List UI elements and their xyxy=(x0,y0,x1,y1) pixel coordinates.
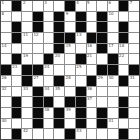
white-cell[interactable]: 23 xyxy=(12,65,22,75)
white-cell[interactable]: 14 xyxy=(1,44,11,54)
white-cell[interactable] xyxy=(97,97,107,107)
white-cell[interactable]: 1 xyxy=(1,1,11,11)
white-cell[interactable] xyxy=(44,119,54,129)
clue-number: 16 xyxy=(87,44,92,48)
black-cell xyxy=(65,129,75,139)
white-cell[interactable]: 34 xyxy=(44,87,54,97)
clue-number: 20 xyxy=(55,54,60,58)
black-cell xyxy=(12,1,22,11)
clue-number: 30 xyxy=(108,76,113,80)
black-cell xyxy=(33,12,43,22)
white-cell[interactable] xyxy=(65,87,75,97)
black-cell xyxy=(54,44,64,54)
white-cell[interactable]: 33 xyxy=(22,87,32,97)
clue-number: 8 xyxy=(2,12,5,16)
white-cell[interactable] xyxy=(119,65,129,75)
white-cell[interactable] xyxy=(97,87,107,97)
white-cell[interactable]: 32 xyxy=(1,87,11,97)
black-cell xyxy=(65,1,75,11)
white-cell[interactable] xyxy=(54,97,64,107)
white-cell[interactable] xyxy=(87,12,97,22)
clue-number: 13 xyxy=(76,33,81,37)
white-cell[interactable]: 30 xyxy=(108,76,118,86)
clue-number: 4 xyxy=(76,1,79,5)
clue-number: 24 xyxy=(44,65,49,69)
clue-number: 18 xyxy=(119,44,124,48)
black-cell xyxy=(87,76,97,86)
white-cell[interactable] xyxy=(12,76,22,86)
black-cell xyxy=(119,22,129,32)
white-cell[interactable]: 26 xyxy=(1,76,11,86)
white-cell[interactable] xyxy=(87,119,97,129)
clue-number: 43 xyxy=(76,129,81,133)
black-cell xyxy=(108,65,118,75)
white-cell[interactable] xyxy=(1,54,11,64)
white-cell[interactable]: 42 xyxy=(22,129,32,139)
white-cell[interactable] xyxy=(44,129,54,139)
black-cell xyxy=(108,54,118,64)
white-cell[interactable]: 9 xyxy=(65,12,75,22)
black-cell xyxy=(97,44,107,54)
white-cell[interactable] xyxy=(22,12,32,22)
white-cell[interactable] xyxy=(129,33,139,43)
clue-number: 23 xyxy=(12,65,17,69)
white-cell[interactable] xyxy=(44,22,54,32)
clue-number: 42 xyxy=(23,129,28,133)
white-cell[interactable] xyxy=(1,129,11,139)
white-cell[interactable] xyxy=(1,33,11,43)
white-cell[interactable] xyxy=(54,1,64,11)
black-cell xyxy=(97,119,107,129)
black-cell xyxy=(54,33,64,43)
white-cell[interactable] xyxy=(65,22,75,32)
white-cell[interactable]: 28 xyxy=(65,76,75,86)
white-cell[interactable]: 7 xyxy=(129,1,139,11)
white-cell[interactable]: 37 xyxy=(87,97,97,107)
white-cell[interactable] xyxy=(108,97,118,107)
white-cell[interactable] xyxy=(65,65,75,75)
black-cell xyxy=(87,33,97,43)
white-cell[interactable] xyxy=(22,119,32,129)
white-cell[interactable] xyxy=(97,1,107,11)
white-cell[interactable] xyxy=(44,44,54,54)
clue-number: 38 xyxy=(44,108,49,112)
black-cell xyxy=(33,119,43,129)
clue-number: 39 xyxy=(66,108,71,112)
black-cell xyxy=(119,76,129,86)
white-cell[interactable]: 12 xyxy=(33,33,43,43)
black-cell xyxy=(97,33,107,43)
white-cell[interactable] xyxy=(54,129,64,139)
white-cell[interactable]: 15 xyxy=(65,44,75,54)
white-cell[interactable]: 31 xyxy=(129,76,139,86)
white-cell[interactable] xyxy=(33,1,43,11)
white-cell[interactable] xyxy=(108,87,118,97)
white-cell[interactable]: 35 xyxy=(54,87,64,97)
white-cell[interactable]: 10 xyxy=(108,12,118,22)
clue-number: 34 xyxy=(44,87,49,91)
black-cell xyxy=(12,33,22,43)
white-cell[interactable] xyxy=(108,33,118,43)
white-cell[interactable]: 20 xyxy=(54,54,64,64)
white-cell[interactable]: 11 xyxy=(22,33,32,43)
white-cell[interactable]: 21 xyxy=(87,54,97,64)
white-cell[interactable] xyxy=(22,44,32,54)
black-cell xyxy=(54,22,64,32)
white-cell[interactable] xyxy=(129,12,139,22)
black-cell xyxy=(33,65,43,75)
white-cell[interactable]: 41 xyxy=(108,119,118,129)
black-cell xyxy=(97,22,107,32)
clue-number: 33 xyxy=(23,87,28,91)
white-cell[interactable] xyxy=(87,129,97,139)
clue-number: 1 xyxy=(2,1,5,5)
black-cell xyxy=(119,1,129,11)
clue-number: 36 xyxy=(87,87,92,91)
white-cell[interactable] xyxy=(108,129,118,139)
white-cell[interactable] xyxy=(44,33,54,43)
white-cell[interactable]: 25 xyxy=(76,65,86,75)
black-cell xyxy=(119,97,129,107)
clue-number: 26 xyxy=(2,76,7,80)
white-cell[interactable] xyxy=(65,119,75,129)
black-cell xyxy=(54,12,64,22)
clue-number: 3 xyxy=(44,1,47,5)
white-cell[interactable] xyxy=(1,108,11,118)
white-cell[interactable] xyxy=(129,54,139,64)
white-cell[interactable] xyxy=(1,22,11,32)
white-cell[interactable] xyxy=(76,44,86,54)
white-cell[interactable] xyxy=(12,87,22,97)
crossword-grid: 1234567891011121314151617181920212223242… xyxy=(0,0,140,140)
clue-number: 19 xyxy=(23,54,28,58)
black-cell xyxy=(54,108,64,118)
white-cell[interactable]: 18 xyxy=(119,44,129,54)
clue-number: 27 xyxy=(34,76,39,80)
white-cell[interactable]: 17 xyxy=(108,44,118,54)
white-cell[interactable] xyxy=(108,108,118,118)
black-cell xyxy=(119,33,129,43)
black-cell xyxy=(54,76,64,86)
white-cell[interactable] xyxy=(12,12,22,22)
white-cell[interactable] xyxy=(87,108,97,118)
clue-number: 9 xyxy=(66,12,69,16)
black-cell xyxy=(1,65,11,75)
clue-number: 35 xyxy=(55,87,60,91)
clue-number: 6 xyxy=(108,1,111,5)
clue-number: 28 xyxy=(66,76,71,80)
white-cell[interactable] xyxy=(97,54,107,64)
white-cell[interactable] xyxy=(87,22,97,32)
white-cell[interactable] xyxy=(54,65,64,75)
white-cell[interactable] xyxy=(129,129,139,139)
black-cell xyxy=(33,87,43,97)
white-cell[interactable] xyxy=(129,108,139,118)
white-cell[interactable] xyxy=(1,97,11,107)
white-cell[interactable]: 13 xyxy=(76,33,86,43)
black-cell xyxy=(97,108,107,118)
white-cell[interactable] xyxy=(119,119,129,129)
white-cell[interactable]: 8 xyxy=(1,12,11,22)
white-cell[interactable]: 19 xyxy=(22,54,32,64)
clue-number: 5 xyxy=(87,1,90,5)
black-cell xyxy=(76,12,86,22)
black-cell xyxy=(76,87,86,97)
white-cell[interactable] xyxy=(129,119,139,129)
white-cell[interactable] xyxy=(129,44,139,54)
white-cell[interactable] xyxy=(129,97,139,107)
black-cell xyxy=(33,22,43,32)
white-cell[interactable] xyxy=(76,76,86,86)
black-cell xyxy=(76,119,86,129)
white-cell[interactable]: 2 xyxy=(22,1,32,11)
white-cell[interactable]: 3 xyxy=(44,1,54,11)
white-cell[interactable]: 36 xyxy=(87,87,97,97)
white-cell[interactable] xyxy=(65,54,75,64)
clue-number: 25 xyxy=(76,65,81,69)
white-cell[interactable] xyxy=(129,22,139,32)
white-cell[interactable]: 6 xyxy=(108,1,118,11)
clue-number: 2 xyxy=(23,1,26,5)
white-cell[interactable]: 38 xyxy=(44,108,54,118)
black-cell xyxy=(76,97,86,107)
white-cell[interactable] xyxy=(33,54,43,64)
white-cell[interactable]: 43 xyxy=(76,129,86,139)
black-cell xyxy=(12,54,22,64)
black-cell xyxy=(76,22,86,32)
black-cell xyxy=(76,54,86,64)
white-cell[interactable]: 22 xyxy=(119,54,129,64)
clue-number: 12 xyxy=(34,33,39,37)
clue-number: 32 xyxy=(2,87,7,91)
black-cell xyxy=(76,108,86,118)
white-cell[interactable]: 5 xyxy=(87,1,97,11)
black-cell xyxy=(44,54,54,64)
black-cell xyxy=(12,22,22,32)
clue-number: 15 xyxy=(66,44,71,48)
clue-number: 22 xyxy=(119,54,124,58)
clue-number: 37 xyxy=(87,97,92,101)
black-cell xyxy=(12,108,22,118)
white-cell[interactable] xyxy=(22,97,32,107)
black-cell xyxy=(33,97,43,107)
white-cell[interactable]: 39 xyxy=(65,108,75,118)
clue-number: 29 xyxy=(98,76,103,80)
clue-number: 11 xyxy=(23,33,28,37)
clue-number: 21 xyxy=(87,54,92,58)
white-cell[interactable] xyxy=(22,22,32,32)
white-cell[interactable] xyxy=(44,12,54,22)
clue-number: 41 xyxy=(108,119,113,123)
clue-number: 10 xyxy=(108,12,113,16)
white-cell[interactable]: 40 xyxy=(1,119,11,129)
white-cell[interactable]: 16 xyxy=(87,44,97,54)
white-cell[interactable] xyxy=(119,12,129,22)
black-cell xyxy=(12,129,22,139)
white-cell[interactable] xyxy=(87,65,97,75)
black-cell xyxy=(65,97,75,107)
black-cell xyxy=(22,76,32,86)
black-cell xyxy=(12,97,22,107)
white-cell[interactable] xyxy=(12,119,22,129)
black-cell xyxy=(119,108,129,118)
white-cell[interactable]: 4 xyxy=(76,1,86,11)
white-cell[interactable]: 24 xyxy=(44,65,54,75)
white-cell[interactable] xyxy=(12,44,22,54)
white-cell[interactable] xyxy=(108,22,118,32)
white-cell[interactable]: 27 xyxy=(33,76,43,86)
clue-number: 14 xyxy=(2,44,7,48)
white-cell[interactable] xyxy=(97,129,107,139)
black-cell xyxy=(33,108,43,118)
black-cell xyxy=(119,129,129,139)
white-cell[interactable] xyxy=(129,87,139,97)
black-cell xyxy=(129,65,139,75)
white-cell[interactable] xyxy=(33,129,43,139)
black-cell xyxy=(54,119,64,129)
clue-number: 31 xyxy=(130,76,135,80)
clue-number: 7 xyxy=(130,1,133,5)
white-cell[interactable] xyxy=(33,44,43,54)
black-cell xyxy=(22,65,32,75)
clue-number: 17 xyxy=(108,44,113,48)
black-cell xyxy=(65,33,75,43)
white-cell[interactable]: 29 xyxy=(97,76,107,86)
black-cell xyxy=(97,65,107,75)
white-cell[interactable] xyxy=(44,76,54,86)
clue-number: 40 xyxy=(2,119,7,123)
white-cell[interactable] xyxy=(119,87,129,97)
black-cell xyxy=(97,12,107,22)
black-cell xyxy=(44,97,54,107)
white-cell[interactable] xyxy=(22,108,32,118)
